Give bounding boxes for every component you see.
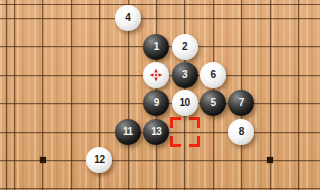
bracket-corner-tr [189, 117, 200, 128]
stone-black-13: 13 [143, 119, 169, 145]
stone-number: 9 [154, 98, 159, 108]
stone-white-last-move [143, 62, 169, 88]
stone-number: 4 [125, 13, 130, 23]
stone-black-9: 9 [143, 90, 169, 116]
star-point [40, 157, 46, 163]
gomoku-board[interactable]: 12345678910111213 [0, 0, 320, 190]
stone-black-11: 11 [115, 119, 141, 145]
stone-number: 1 [154, 42, 159, 52]
stone-white-6: 6 [200, 62, 226, 88]
stone-number: 11 [123, 127, 133, 137]
stone-white-2: 2 [172, 34, 198, 60]
star-point [267, 157, 273, 163]
move-highlight-brackets[interactable] [170, 117, 200, 147]
bracket-corner-tl [170, 117, 181, 128]
last-move-cross-icon [149, 68, 163, 82]
bracket-corner-br [189, 136, 200, 147]
stone-number: 2 [182, 42, 187, 52]
stone-black-3: 3 [172, 62, 198, 88]
stone-number: 10 [180, 98, 190, 108]
stone-white-10: 10 [172, 90, 198, 116]
stone-white-4: 4 [115, 5, 141, 31]
stone-number: 3 [182, 70, 187, 80]
bracket-corner-bl [170, 136, 181, 147]
stone-black-7: 7 [228, 90, 254, 116]
stone-number: 7 [239, 98, 244, 108]
stone-black-5: 5 [200, 90, 226, 116]
stone-number: 8 [239, 127, 244, 137]
stone-number: 6 [210, 70, 215, 80]
stone-number: 12 [94, 155, 104, 165]
board-edge-line [0, 4, 320, 5]
stone-white-8: 8 [228, 119, 254, 145]
stone-black-1: 1 [143, 34, 169, 60]
stone-number: 13 [151, 127, 161, 137]
stone-number: 5 [210, 98, 215, 108]
stone-white-12: 12 [86, 147, 112, 173]
